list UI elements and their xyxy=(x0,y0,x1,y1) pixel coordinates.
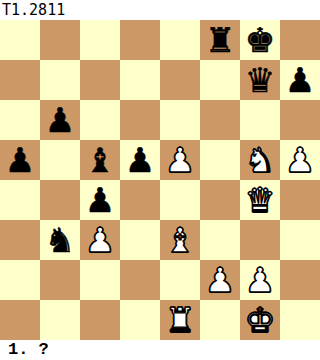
square-a8[interactable] xyxy=(0,20,40,60)
black-king-piece: ♚ xyxy=(245,20,275,60)
square-g1[interactable]: ♚ xyxy=(240,300,280,340)
square-c5[interactable]: ♝ xyxy=(80,140,120,180)
square-h5[interactable]: ♟ xyxy=(280,140,320,180)
square-f8[interactable]: ♜ xyxy=(200,20,240,60)
square-e5[interactable]: ♟ xyxy=(160,140,200,180)
square-a6[interactable] xyxy=(0,100,40,140)
black-rook-piece: ♜ xyxy=(205,20,235,60)
square-c7[interactable] xyxy=(80,60,120,100)
square-f5[interactable] xyxy=(200,140,240,180)
square-c2[interactable] xyxy=(80,260,120,300)
white-rook-piece: ♜ xyxy=(165,300,195,340)
square-f3[interactable] xyxy=(200,220,240,260)
square-g6[interactable] xyxy=(240,100,280,140)
square-e1[interactable]: ♜ xyxy=(160,300,200,340)
square-g7[interactable]: ♛ xyxy=(240,60,280,100)
square-f6[interactable] xyxy=(200,100,240,140)
black-bishop-piece: ♝ xyxy=(85,140,115,180)
black-pawn-piece: ♟ xyxy=(125,140,155,180)
square-b6[interactable]: ♟ xyxy=(40,100,80,140)
square-d1[interactable] xyxy=(120,300,160,340)
square-d3[interactable] xyxy=(120,220,160,260)
white-knight-piece: ♞ xyxy=(245,140,275,180)
square-d5[interactable]: ♟ xyxy=(120,140,160,180)
square-c6[interactable] xyxy=(80,100,120,140)
black-pawn-piece: ♟ xyxy=(85,180,115,220)
white-pawn-piece: ♟ xyxy=(205,260,235,300)
puzzle-id-title: T1.2811 xyxy=(0,0,320,20)
white-pawn-piece: ♟ xyxy=(85,220,115,260)
square-d7[interactable] xyxy=(120,60,160,100)
square-f4[interactable] xyxy=(200,180,240,220)
square-f7[interactable] xyxy=(200,60,240,100)
square-d4[interactable] xyxy=(120,180,160,220)
black-pawn-piece: ♟ xyxy=(285,60,315,100)
white-king-piece: ♚ xyxy=(245,300,275,340)
square-e8[interactable] xyxy=(160,20,200,60)
square-b8[interactable] xyxy=(40,20,80,60)
square-d6[interactable] xyxy=(120,100,160,140)
square-c8[interactable] xyxy=(80,20,120,60)
square-g8[interactable]: ♚ xyxy=(240,20,280,60)
square-c4[interactable]: ♟ xyxy=(80,180,120,220)
square-b4[interactable] xyxy=(40,180,80,220)
square-h8[interactable] xyxy=(280,20,320,60)
square-a3[interactable] xyxy=(0,220,40,260)
square-a4[interactable] xyxy=(0,180,40,220)
white-bishop-piece: ♝ xyxy=(165,220,195,260)
square-h4[interactable] xyxy=(280,180,320,220)
square-a1[interactable] xyxy=(0,300,40,340)
square-e6[interactable] xyxy=(160,100,200,140)
square-e2[interactable] xyxy=(160,260,200,300)
square-f2[interactable]: ♟ xyxy=(200,260,240,300)
square-a7[interactable] xyxy=(0,60,40,100)
square-h3[interactable] xyxy=(280,220,320,260)
white-queen-piece: ♛ xyxy=(245,180,275,220)
square-a5[interactable]: ♟ xyxy=(0,140,40,180)
chess-puzzle-page: T1.2811 ♜♚♛♟♟♟♝♟♟♞♟♟♛♞♟♝♟♟♜♚ 1. ? xyxy=(0,0,320,360)
square-b7[interactable] xyxy=(40,60,80,100)
square-b1[interactable] xyxy=(40,300,80,340)
black-queen-piece: ♛ xyxy=(245,60,275,100)
square-b3[interactable]: ♞ xyxy=(40,220,80,260)
square-g2[interactable]: ♟ xyxy=(240,260,280,300)
white-pawn-piece: ♟ xyxy=(165,140,195,180)
square-g3[interactable] xyxy=(240,220,280,260)
square-d8[interactable] xyxy=(120,20,160,60)
move-prompt: 1. ? xyxy=(0,340,320,360)
black-pawn-piece: ♟ xyxy=(5,140,35,180)
white-pawn-piece: ♟ xyxy=(245,260,275,300)
square-h1[interactable] xyxy=(280,300,320,340)
square-b5[interactable] xyxy=(40,140,80,180)
white-pawn-piece: ♟ xyxy=(285,140,315,180)
square-g5[interactable]: ♞ xyxy=(240,140,280,180)
square-e4[interactable] xyxy=(160,180,200,220)
square-c1[interactable] xyxy=(80,300,120,340)
black-knight-piece: ♞ xyxy=(45,220,75,260)
chess-board: ♜♚♛♟♟♟♝♟♟♞♟♟♛♞♟♝♟♟♜♚ xyxy=(0,20,320,340)
square-h2[interactable] xyxy=(280,260,320,300)
square-a2[interactable] xyxy=(0,260,40,300)
square-d2[interactable] xyxy=(120,260,160,300)
square-h7[interactable]: ♟ xyxy=(280,60,320,100)
black-pawn-piece: ♟ xyxy=(45,100,75,140)
square-c3[interactable]: ♟ xyxy=(80,220,120,260)
square-h6[interactable] xyxy=(280,100,320,140)
square-g4[interactable]: ♛ xyxy=(240,180,280,220)
square-f1[interactable] xyxy=(200,300,240,340)
square-e7[interactable] xyxy=(160,60,200,100)
square-b2[interactable] xyxy=(40,260,80,300)
square-e3[interactable]: ♝ xyxy=(160,220,200,260)
